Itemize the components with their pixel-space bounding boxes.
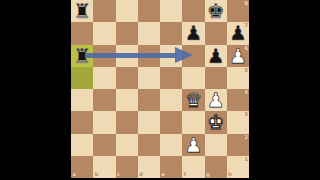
chess-board[interactable]: ♜♚8♟7♟♜♟6♟5♛♟4♚3♟2abcdefg1h [71,0,249,178]
square-h2[interactable]: 2 [227,134,249,156]
square-h7[interactable]: 7♟ [227,22,249,44]
file-label-h: h [228,172,232,177]
white-king-g3[interactable]: ♚ [207,112,225,132]
square-a2[interactable] [71,134,93,156]
left-pillarbox [0,0,71,180]
rank-label-2: 2 [245,135,248,140]
file-label-d: d [139,172,143,177]
square-b3[interactable] [93,111,115,133]
black-king-g8[interactable]: ♚ [207,1,225,21]
video-frame: ♜♚8♟7♟♜♟6♟5♛♟4♚3♟2abcdefg1h [0,0,320,180]
square-d3[interactable] [138,111,160,133]
square-g5[interactable] [205,67,227,89]
square-a4[interactable] [71,89,93,111]
square-c7[interactable] [116,22,138,44]
file-label-g: g [206,172,210,177]
move-arrow-head [175,47,193,63]
square-c2[interactable] [116,134,138,156]
black-pawn-f7[interactable]: ♟ [184,23,202,43]
move-arrow-shaft [85,53,177,58]
square-a7[interactable] [71,22,93,44]
square-h5[interactable]: 5 [227,67,249,89]
square-b5[interactable] [93,67,115,89]
square-g1[interactable]: g [205,156,227,178]
square-e2[interactable] [160,134,182,156]
square-f7[interactable]: ♟ [182,22,204,44]
square-h4[interactable]: 4 [227,89,249,111]
square-g4[interactable]: ♟ [205,89,227,111]
square-e3[interactable] [160,111,182,133]
square-a5[interactable] [71,67,93,89]
square-g7[interactable] [205,22,227,44]
square-h1[interactable]: 1h [227,156,249,178]
square-b1[interactable]: b [93,156,115,178]
square-b8[interactable] [93,0,115,22]
square-g8[interactable]: ♚ [205,0,227,22]
square-f4[interactable]: ♛ [182,89,204,111]
black-rook-a8[interactable]: ♜ [73,1,91,21]
square-g3[interactable]: ♚ [205,111,227,133]
white-pawn-g4[interactable]: ♟ [207,90,225,110]
right-pillarbox [249,0,320,180]
square-e4[interactable] [160,89,182,111]
rank-label-1: 1 [245,157,248,162]
square-f1[interactable]: f [182,156,204,178]
file-label-b: b [95,172,99,177]
square-c1[interactable]: c [116,156,138,178]
rank-label-4: 4 [245,90,248,95]
square-d4[interactable] [138,89,160,111]
square-e7[interactable] [160,22,182,44]
square-f5[interactable] [182,67,204,89]
square-b7[interactable] [93,22,115,44]
square-c4[interactable] [116,89,138,111]
square-b4[interactable] [93,89,115,111]
square-a8[interactable]: ♜ [71,0,93,22]
square-c3[interactable] [116,111,138,133]
square-f2[interactable]: ♟ [182,134,204,156]
square-g6[interactable]: ♟ [205,45,227,67]
black-pawn-h7[interactable]: ♟ [229,23,247,43]
square-h6[interactable]: 6♟ [227,45,249,67]
rank-label-8: 8 [245,1,248,6]
white-pawn-h6[interactable]: ♟ [229,46,247,66]
rank-label-5: 5 [245,68,248,73]
square-g2[interactable] [205,134,227,156]
square-h3[interactable]: 3 [227,111,249,133]
square-a3[interactable] [71,111,93,133]
square-d7[interactable] [138,22,160,44]
white-queen-f4[interactable]: ♛ [184,90,202,110]
square-b2[interactable] [93,134,115,156]
square-f8[interactable] [182,0,204,22]
square-c5[interactable] [116,67,138,89]
square-h8[interactable]: 8 [227,0,249,22]
file-label-f: f [184,172,186,177]
square-e5[interactable] [160,67,182,89]
square-a1[interactable]: a [71,156,93,178]
square-c8[interactable] [116,0,138,22]
square-d8[interactable] [138,0,160,22]
file-label-e: e [162,172,165,177]
square-d1[interactable]: d [138,156,160,178]
square-e8[interactable] [160,0,182,22]
square-f3[interactable] [182,111,204,133]
file-label-c: c [117,172,120,177]
white-pawn-f2[interactable]: ♟ [184,135,202,155]
black-pawn-g6[interactable]: ♟ [207,46,225,66]
file-label-a: a [73,172,76,177]
rank-label-3: 3 [245,112,248,117]
square-e1[interactable]: e [160,156,182,178]
square-d5[interactable] [138,67,160,89]
square-d2[interactable] [138,134,160,156]
